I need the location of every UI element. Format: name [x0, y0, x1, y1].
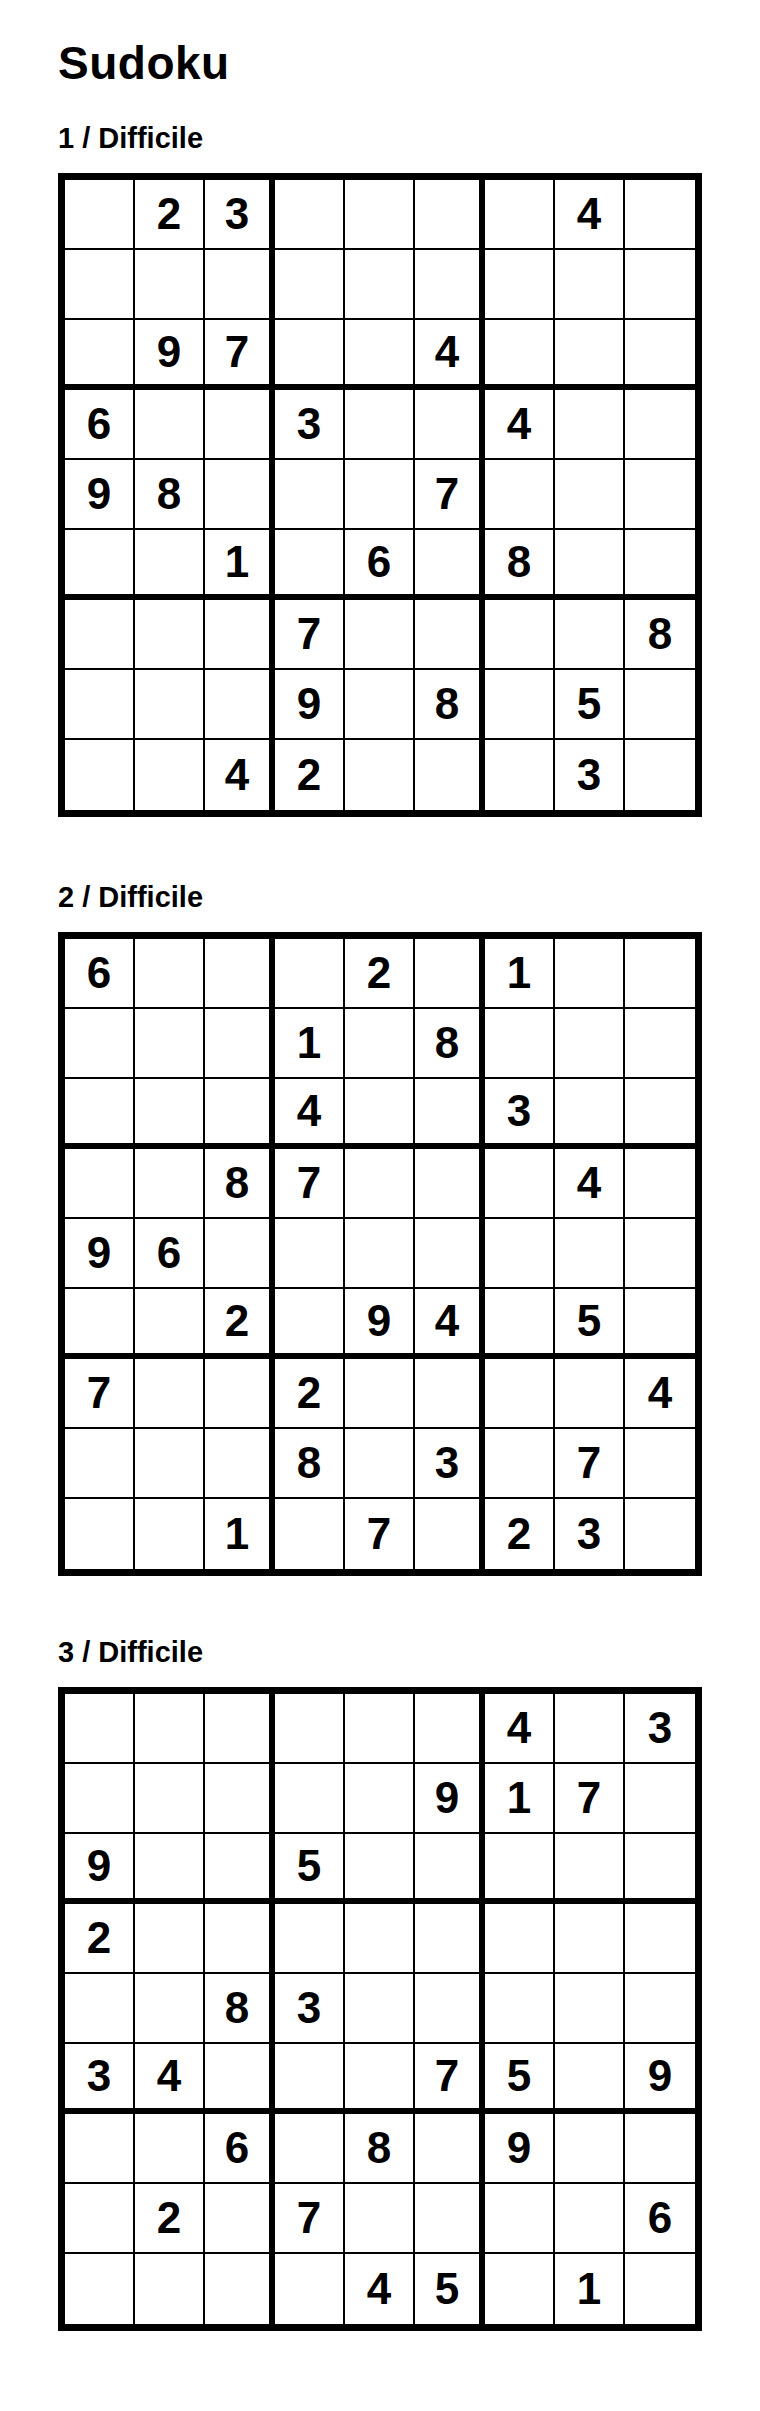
cell-r4c9: [625, 1149, 695, 1219]
cell-r3c2: 9: [135, 320, 205, 390]
cell-r1c5: [345, 180, 415, 250]
cell-r8c1: [65, 1429, 135, 1499]
cell-r9c9: [625, 740, 695, 810]
cell-r9c3: [205, 2254, 275, 2324]
cell-r3c7: [485, 1834, 555, 1904]
cell-r2c2: [135, 1009, 205, 1079]
cell-r8c8: 7: [555, 1429, 625, 1499]
cell-r5c3: 8: [205, 1974, 275, 2044]
cell-r7c9: [625, 2114, 695, 2184]
cell-r8c1: [65, 2184, 135, 2254]
cell-r7c6: [415, 2114, 485, 2184]
cell-r7c8: [555, 2114, 625, 2184]
cell-r1c1: 6: [65, 939, 135, 1009]
cell-r2c6: [415, 250, 485, 320]
cell-r2c6: 8: [415, 1009, 485, 1079]
cell-r2c1: [65, 1764, 135, 1834]
cell-r6c6: 7: [415, 2044, 485, 2114]
cell-r2c3: [205, 1764, 275, 1834]
cell-r8c7: [485, 670, 555, 740]
cell-r5c8: [555, 460, 625, 530]
cell-r1c8: 4: [555, 180, 625, 250]
cell-r3c5: [345, 1834, 415, 1904]
cell-r4c2: [135, 1149, 205, 1219]
cell-r9c1: [65, 740, 135, 810]
cell-r4c2: [135, 1904, 205, 1974]
cell-r4c1: 2: [65, 1904, 135, 1974]
cell-r2c1: [65, 1009, 135, 1079]
cell-r5c5: [345, 460, 415, 530]
cell-r8c3: [205, 2184, 275, 2254]
cell-r2c9: [625, 1009, 695, 1079]
cell-r2c9: [625, 1764, 695, 1834]
cell-r1c1: [65, 180, 135, 250]
cell-r5c5: [345, 1219, 415, 1289]
puzzle-3-label: 3 / Difficile: [58, 1638, 760, 1667]
cell-r1c2: [135, 939, 205, 1009]
cell-r6c2: [135, 530, 205, 600]
cell-r3c1: [65, 320, 135, 390]
cell-r1c1: [65, 1694, 135, 1764]
cell-r3c1: [65, 1079, 135, 1149]
cell-r6c6: [415, 530, 485, 600]
cell-r3c7: 3: [485, 1079, 555, 1149]
cell-r7c3: [205, 600, 275, 670]
cell-r6c4: [275, 2044, 345, 2114]
cell-r5c6: 7: [415, 460, 485, 530]
cell-r9c9: [625, 1499, 695, 1569]
cell-r3c9: [625, 1834, 695, 1904]
cell-r7c9: 8: [625, 600, 695, 670]
cell-r3c2: [135, 1079, 205, 1149]
cell-r8c7: [485, 2184, 555, 2254]
cell-r4c8: [555, 390, 625, 460]
cell-r2c3: [205, 1009, 275, 1079]
cell-r8c4: 7: [275, 2184, 345, 2254]
cell-r2c2: [135, 1764, 205, 1834]
cell-r8c3: [205, 670, 275, 740]
cell-r3c8: [555, 1834, 625, 1904]
cell-r3c4: 4: [275, 1079, 345, 1149]
cell-r2c4: 1: [275, 1009, 345, 1079]
cell-r1c3: [205, 1694, 275, 1764]
cell-r5c5: [345, 1974, 415, 2044]
cell-r8c2: 2: [135, 2184, 205, 2254]
cell-r9c8: 3: [555, 740, 625, 810]
cell-r1c8: [555, 939, 625, 1009]
cell-r9c9: [625, 2254, 695, 2324]
cell-r1c7: [485, 180, 555, 250]
cell-r5c9: [625, 460, 695, 530]
cell-r7c3: 6: [205, 2114, 275, 2184]
cell-r4c8: [555, 1904, 625, 1974]
cell-r5c7: [485, 460, 555, 530]
cell-r4c9: [625, 1904, 695, 1974]
cell-r2c6: 9: [415, 1764, 485, 1834]
cell-r3c9: [625, 1079, 695, 1149]
puzzle-section-2: 2 / Difficile 62118438749629457248371723: [58, 883, 760, 1576]
cell-r5c4: 3: [275, 1974, 345, 2044]
cell-r2c7: [485, 250, 555, 320]
cell-r4c5: [345, 1904, 415, 1974]
cell-r1c9: [625, 939, 695, 1009]
page-title: Sudoku: [58, 40, 760, 86]
cell-r8c7: [485, 1429, 555, 1499]
cell-r9c5: 4: [345, 2254, 415, 2324]
cell-r3c6: [415, 1079, 485, 1149]
cell-r8c9: [625, 1429, 695, 1499]
cell-r1c9: [625, 180, 695, 250]
cell-r4c5: [345, 390, 415, 460]
cell-r4c9: [625, 390, 695, 460]
cell-r9c8: 1: [555, 2254, 625, 2324]
cell-r9c6: [415, 1499, 485, 1569]
cell-r3c1: 9: [65, 1834, 135, 1904]
cell-r2c8: 7: [555, 1764, 625, 1834]
cell-r3c4: [275, 320, 345, 390]
cell-r9c4: 2: [275, 740, 345, 810]
cell-r3c6: 4: [415, 320, 485, 390]
cell-r6c3: 2: [205, 1289, 275, 1359]
cell-r6c1: 3: [65, 2044, 135, 2114]
cell-r7c2: [135, 600, 205, 670]
cell-r9c5: 7: [345, 1499, 415, 1569]
cell-r9c2: [135, 740, 205, 810]
puzzle-section-1: 1 / Difficile 23497463498716878985423: [58, 124, 760, 817]
cell-r5c8: [555, 1974, 625, 2044]
cell-r2c2: [135, 250, 205, 320]
cell-r4c8: 4: [555, 1149, 625, 1219]
cell-r9c4: [275, 1499, 345, 1569]
cell-r3c5: [345, 1079, 415, 1149]
cell-r2c4: [275, 1764, 345, 1834]
cell-r9c7: [485, 2254, 555, 2324]
cell-r4c1: [65, 1149, 135, 1219]
cell-r9c2: [135, 2254, 205, 2324]
cell-r7c4: 7: [275, 600, 345, 670]
cell-r9c4: [275, 2254, 345, 2324]
cell-r8c9: 6: [625, 2184, 695, 2254]
cell-r6c9: [625, 1289, 695, 1359]
cell-r7c5: [345, 1359, 415, 1429]
cell-r1c2: [135, 1694, 205, 1764]
cell-r7c9: 4: [625, 1359, 695, 1429]
cell-r5c6: [415, 1219, 485, 1289]
cell-r7c4: [275, 2114, 345, 2184]
cell-r8c2: [135, 670, 205, 740]
cell-r6c5: 9: [345, 1289, 415, 1359]
cell-r6c5: [345, 2044, 415, 2114]
cell-r9c6: 5: [415, 2254, 485, 2324]
cell-r6c5: 6: [345, 530, 415, 600]
cell-r6c1: [65, 1289, 135, 1359]
cell-r4c4: 7: [275, 1149, 345, 1219]
cell-r5c8: [555, 1219, 625, 1289]
cell-r3c3: [205, 1079, 275, 1149]
cell-r1c6: [415, 1694, 485, 1764]
cell-r6c8: [555, 530, 625, 600]
sudoku-grid-3: 439179528334759689276451: [58, 1687, 702, 2331]
cell-r1c2: 2: [135, 180, 205, 250]
cell-r9c3: 4: [205, 740, 275, 810]
cell-r9c3: 1: [205, 1499, 275, 1569]
cell-r6c9: 9: [625, 2044, 695, 2114]
cell-r1c3: 3: [205, 180, 275, 250]
cell-r5c2: [135, 1974, 205, 2044]
cell-r8c1: [65, 670, 135, 740]
cell-r9c1: [65, 1499, 135, 1569]
cell-r8c2: [135, 1429, 205, 1499]
cell-r7c1: 7: [65, 1359, 135, 1429]
cell-r8c4: 9: [275, 670, 345, 740]
cell-r2c4: [275, 250, 345, 320]
cell-r7c2: [135, 2114, 205, 2184]
cell-r1c7: 1: [485, 939, 555, 1009]
cell-r9c6: [415, 740, 485, 810]
cell-r2c8: [555, 1009, 625, 1079]
cell-r7c5: [345, 600, 415, 670]
cell-r3c5: [345, 320, 415, 390]
cell-r5c9: [625, 1219, 695, 1289]
cell-r6c3: 1: [205, 530, 275, 600]
cell-r7c1: [65, 2114, 135, 2184]
cell-r8c5: [345, 2184, 415, 2254]
cell-r6c8: 5: [555, 1289, 625, 1359]
cell-r2c5: [345, 1009, 415, 1079]
cell-r1c4: [275, 180, 345, 250]
sudoku-grid-1: 23497463498716878985423: [58, 173, 702, 817]
cell-r9c1: [65, 2254, 135, 2324]
cell-r2c5: [345, 250, 415, 320]
cell-r6c2: [135, 1289, 205, 1359]
cell-r3c9: [625, 320, 695, 390]
cell-r4c2: [135, 390, 205, 460]
cell-r2c8: [555, 250, 625, 320]
cell-r6c8: [555, 2044, 625, 2114]
cell-r7c3: [205, 1359, 275, 1429]
cell-r2c3: [205, 250, 275, 320]
cell-r7c7: [485, 1359, 555, 1429]
cell-r5c6: [415, 1974, 485, 2044]
cell-r7c5: 8: [345, 2114, 415, 2184]
cell-r5c9: [625, 1974, 695, 2044]
cell-r5c7: [485, 1219, 555, 1289]
cell-r7c8: [555, 1359, 625, 1429]
puzzle-1-label: 1 / Difficile: [58, 124, 760, 153]
cell-r3c2: [135, 1834, 205, 1904]
cell-r2c1: [65, 250, 135, 320]
cell-r7c4: 2: [275, 1359, 345, 1429]
cell-r6c7: 8: [485, 530, 555, 600]
cell-r8c5: [345, 1429, 415, 1499]
cell-r8c6: 8: [415, 670, 485, 740]
cell-r7c1: [65, 600, 135, 670]
cell-r2c9: [625, 250, 695, 320]
cell-r8c3: [205, 1429, 275, 1499]
cell-r3c3: 7: [205, 320, 275, 390]
cell-r1c6: [415, 180, 485, 250]
sudoku-grid-2: 62118438749629457248371723: [58, 932, 702, 1576]
cell-r3c6: [415, 1834, 485, 1904]
cell-r1c9: 3: [625, 1694, 695, 1764]
cell-r9c2: [135, 1499, 205, 1569]
cell-r9c7: [485, 740, 555, 810]
cell-r1c4: [275, 1694, 345, 1764]
cell-r5c3: [205, 1219, 275, 1289]
cell-r5c1: 9: [65, 460, 135, 530]
cell-r9c7: 2: [485, 1499, 555, 1569]
cell-r8c8: [555, 2184, 625, 2254]
cell-r1c5: [345, 1694, 415, 1764]
cell-r8c6: [415, 2184, 485, 2254]
cell-r4c5: [345, 1149, 415, 1219]
cell-r7c7: [485, 600, 555, 670]
cell-r4c6: [415, 1904, 485, 1974]
cell-r3c3: [205, 1834, 275, 1904]
cell-r2c5: [345, 1764, 415, 1834]
cell-r7c6: [415, 600, 485, 670]
cell-r4c7: [485, 1904, 555, 1974]
cell-r2c7: 1: [485, 1764, 555, 1834]
cell-r8c8: 5: [555, 670, 625, 740]
page: Sudoku 1 / Difficile 2349746349871687898…: [0, 0, 760, 2331]
cell-r4c3: [205, 390, 275, 460]
cell-r1c5: 2: [345, 939, 415, 1009]
cell-r8c6: 3: [415, 1429, 485, 1499]
cell-r7c8: [555, 600, 625, 670]
cell-r6c1: [65, 530, 135, 600]
cell-r6c7: 5: [485, 2044, 555, 2114]
cell-r4c7: 4: [485, 390, 555, 460]
cell-r9c5: [345, 740, 415, 810]
cell-r4c4: [275, 1904, 345, 1974]
cell-r1c7: 4: [485, 1694, 555, 1764]
cell-r2c7: [485, 1009, 555, 1079]
cell-r3c8: [555, 320, 625, 390]
cell-r6c4: [275, 530, 345, 600]
cell-r4c3: [205, 1904, 275, 1974]
cell-r4c1: 6: [65, 390, 135, 460]
cell-r1c6: [415, 939, 485, 1009]
cell-r5c4: [275, 460, 345, 530]
cell-r4c6: [415, 390, 485, 460]
cell-r1c4: [275, 939, 345, 1009]
cell-r1c3: [205, 939, 275, 1009]
cell-r4c7: [485, 1149, 555, 1219]
cell-r4c3: 8: [205, 1149, 275, 1219]
cell-r5c2: 6: [135, 1219, 205, 1289]
cell-r6c7: [485, 1289, 555, 1359]
cell-r6c6: 4: [415, 1289, 485, 1359]
cell-r5c1: 9: [65, 1219, 135, 1289]
cell-r6c4: [275, 1289, 345, 1359]
cell-r3c8: [555, 1079, 625, 1149]
cell-r9c8: 3: [555, 1499, 625, 1569]
cell-r8c9: [625, 670, 695, 740]
cell-r6c9: [625, 530, 695, 600]
cell-r8c4: 8: [275, 1429, 345, 1499]
cell-r1c8: [555, 1694, 625, 1764]
cell-r5c1: [65, 1974, 135, 2044]
cell-r6c3: [205, 2044, 275, 2114]
cell-r5c2: 8: [135, 460, 205, 530]
cell-r7c2: [135, 1359, 205, 1429]
cell-r7c6: [415, 1359, 485, 1429]
cell-r4c4: 3: [275, 390, 345, 460]
cell-r5c3: [205, 460, 275, 530]
puzzle-section-3: 3 / Difficile 439179528334759689276451: [58, 1638, 760, 2331]
cell-r6c2: 4: [135, 2044, 205, 2114]
cell-r7c7: 9: [485, 2114, 555, 2184]
cell-r5c4: [275, 1219, 345, 1289]
cell-r5c7: [485, 1974, 555, 2044]
cell-r3c7: [485, 320, 555, 390]
puzzle-2-label: 2 / Difficile: [58, 883, 760, 912]
cell-r4c6: [415, 1149, 485, 1219]
cell-r3c4: 5: [275, 1834, 345, 1904]
cell-r8c5: [345, 670, 415, 740]
